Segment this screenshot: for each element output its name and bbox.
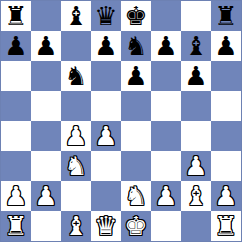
square-f7[interactable]: ♟ <box>151 31 181 61</box>
square-d3[interactable] <box>91 151 121 181</box>
square-b2[interactable]: ♟ <box>31 181 61 211</box>
square-a7[interactable]: ♟ <box>1 31 31 61</box>
square-a8[interactable]: ♜ <box>1 1 31 31</box>
square-g3[interactable]: ♟ <box>181 151 211 181</box>
piece-black-pawn: ♟ <box>154 33 177 59</box>
square-c2[interactable] <box>61 181 91 211</box>
square-e2[interactable]: ♞ <box>121 181 151 211</box>
square-f8[interactable] <box>151 1 181 31</box>
piece-black-rook: ♜ <box>214 3 237 29</box>
piece-black-pawn: ♟ <box>94 33 117 59</box>
piece-white-pawn: ♟ <box>214 183 237 209</box>
square-b3[interactable] <box>31 151 61 181</box>
square-d2[interactable] <box>91 181 121 211</box>
piece-white-pawn: ♟ <box>154 183 177 209</box>
square-d8[interactable]: ♛ <box>91 1 121 31</box>
piece-black-pawn: ♟ <box>34 33 57 59</box>
square-e4[interactable] <box>121 121 151 151</box>
square-a4[interactable] <box>1 121 31 151</box>
square-c5[interactable] <box>61 91 91 121</box>
square-d5[interactable] <box>91 91 121 121</box>
square-c7[interactable] <box>61 31 91 61</box>
square-e3[interactable] <box>121 151 151 181</box>
square-g8[interactable] <box>181 1 211 31</box>
square-d4[interactable]: ♟ <box>91 121 121 151</box>
square-h3[interactable] <box>211 151 241 181</box>
piece-white-bishop: ♝ <box>184 183 207 209</box>
square-c8[interactable]: ♝ <box>61 1 91 31</box>
square-d1[interactable]: ♛ <box>91 211 121 241</box>
piece-white-pawn: ♟ <box>4 183 27 209</box>
square-d7[interactable]: ♟ <box>91 31 121 61</box>
piece-white-pawn: ♟ <box>34 183 57 209</box>
piece-white-bishop: ♝ <box>64 213 87 239</box>
piece-black-king: ♚ <box>124 3 147 29</box>
piece-black-pawn: ♟ <box>184 63 207 89</box>
piece-black-pawn: ♟ <box>4 33 27 59</box>
square-b8[interactable] <box>31 1 61 31</box>
square-a3[interactable] <box>1 151 31 181</box>
piece-black-queen: ♛ <box>94 3 117 29</box>
square-a1[interactable]: ♜ <box>1 211 31 241</box>
square-h5[interactable] <box>211 91 241 121</box>
square-g4[interactable] <box>181 121 211 151</box>
square-e7[interactable]: ♞ <box>121 31 151 61</box>
square-b1[interactable] <box>31 211 61 241</box>
piece-black-pawn: ♟ <box>124 63 147 89</box>
square-c3[interactable]: ♞ <box>61 151 91 181</box>
piece-black-rook: ♜ <box>4 3 27 29</box>
square-c4[interactable]: ♟ <box>61 121 91 151</box>
square-b6[interactable] <box>31 61 61 91</box>
piece-black-bishop: ♝ <box>64 3 87 29</box>
square-b4[interactable] <box>31 121 61 151</box>
piece-white-queen: ♛ <box>94 213 117 239</box>
piece-white-rook: ♜ <box>4 213 27 239</box>
square-h4[interactable] <box>211 121 241 151</box>
square-f1[interactable] <box>151 211 181 241</box>
square-f4[interactable] <box>151 121 181 151</box>
square-g7[interactable]: ♝ <box>181 31 211 61</box>
square-g5[interactable] <box>181 91 211 121</box>
square-f2[interactable]: ♟ <box>151 181 181 211</box>
piece-white-pawn: ♟ <box>94 123 117 149</box>
chess-board: ♜♝♛♚♜♟♟♟♞♟♝♟♞♟♟♟♟♞♟♟♟♞♟♝♟♜♝♛♚♜ <box>0 0 242 242</box>
square-h1[interactable]: ♜ <box>211 211 241 241</box>
piece-white-rook: ♜ <box>214 213 237 239</box>
square-f3[interactable] <box>151 151 181 181</box>
square-f6[interactable] <box>151 61 181 91</box>
square-c1[interactable]: ♝ <box>61 211 91 241</box>
square-e5[interactable] <box>121 91 151 121</box>
square-h7[interactable]: ♟ <box>211 31 241 61</box>
square-g2[interactable]: ♝ <box>181 181 211 211</box>
square-b7[interactable]: ♟ <box>31 31 61 61</box>
square-d6[interactable] <box>91 61 121 91</box>
square-h8[interactable]: ♜ <box>211 1 241 31</box>
square-a2[interactable]: ♟ <box>1 181 31 211</box>
square-a6[interactable] <box>1 61 31 91</box>
square-a5[interactable] <box>1 91 31 121</box>
piece-white-knight: ♞ <box>64 153 87 179</box>
piece-white-king: ♚ <box>124 213 147 239</box>
piece-white-knight: ♞ <box>124 183 147 209</box>
square-g1[interactable] <box>181 211 211 241</box>
square-h6[interactable] <box>211 61 241 91</box>
square-f5[interactable] <box>151 91 181 121</box>
piece-black-pawn: ♟ <box>214 33 237 59</box>
square-h2[interactable]: ♟ <box>211 181 241 211</box>
piece-white-pawn: ♟ <box>64 123 87 149</box>
piece-black-knight: ♞ <box>64 63 87 89</box>
square-b5[interactable] <box>31 91 61 121</box>
square-e6[interactable]: ♟ <box>121 61 151 91</box>
square-e8[interactable]: ♚ <box>121 1 151 31</box>
square-c6[interactable]: ♞ <box>61 61 91 91</box>
piece-black-knight: ♞ <box>124 33 147 59</box>
square-e1[interactable]: ♚ <box>121 211 151 241</box>
piece-black-bishop: ♝ <box>184 33 207 59</box>
piece-white-pawn: ♟ <box>184 153 207 179</box>
square-g6[interactable]: ♟ <box>181 61 211 91</box>
